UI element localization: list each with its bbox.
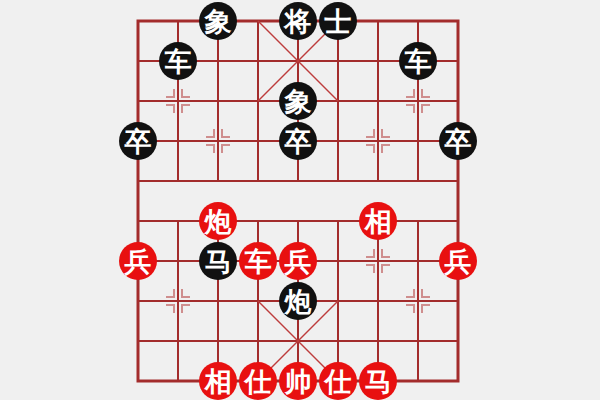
piece-red-pawn[interactable]: 兵 [119, 242, 157, 280]
piece-black-pawn[interactable]: 卒 [279, 122, 317, 160]
piece-red-advisor[interactable]: 仕 [319, 362, 357, 400]
piece-black-elephant[interactable]: 象 [199, 2, 237, 40]
piece-black-cannon[interactable]: 炮 [279, 282, 317, 320]
piece-black-elephant[interactable]: 象 [279, 82, 317, 120]
piece-red-elephant[interactable]: 相 [199, 362, 237, 400]
piece-red-cannon[interactable]: 炮 [199, 202, 237, 240]
piece-red-general[interactable]: 帅 [279, 362, 317, 400]
piece-red-elephant[interactable]: 相 [359, 202, 397, 240]
piece-black-chariot[interactable]: 车 [399, 42, 437, 80]
piece-red-chariot[interactable]: 车 [239, 242, 277, 280]
pieces-layer: 象将士车车象卒卒卒炮相兵马车兵兵炮相仕帅仕马 [118, 1, 478, 400]
piece-black-horse[interactable]: 马 [199, 242, 237, 280]
piece-red-pawn[interactable]: 兵 [279, 242, 317, 280]
piece-black-chariot[interactable]: 车 [159, 42, 197, 80]
piece-red-horse[interactable]: 马 [359, 362, 397, 400]
xiangqi-board: 象将士车车象卒卒卒炮相兵马车兵兵炮相仕帅仕马 [118, 1, 478, 400]
piece-red-advisor[interactable]: 仕 [239, 362, 277, 400]
xiangqi-screenshot: 象将士车车象卒卒卒炮相兵马车兵兵炮相仕帅仕马 [0, 0, 600, 400]
piece-black-advisor[interactable]: 士 [319, 2, 357, 40]
piece-red-pawn[interactable]: 兵 [439, 242, 477, 280]
piece-black-pawn[interactable]: 卒 [439, 122, 477, 160]
piece-black-pawn[interactable]: 卒 [119, 122, 157, 160]
piece-black-general[interactable]: 将 [279, 2, 317, 40]
